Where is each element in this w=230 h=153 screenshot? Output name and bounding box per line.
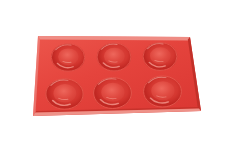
muffin-mold-photo: [0, 0, 230, 153]
mold-cavity-6: [143, 76, 182, 108]
mold-cavity-4: [46, 79, 84, 110]
mold-cavity-5: [93, 77, 132, 109]
mold-cavity-2: [97, 43, 132, 71]
mold-cavity-3: [143, 42, 178, 70]
photo-canvas: [0, 0, 230, 153]
mold-cavity-1: [51, 44, 85, 72]
